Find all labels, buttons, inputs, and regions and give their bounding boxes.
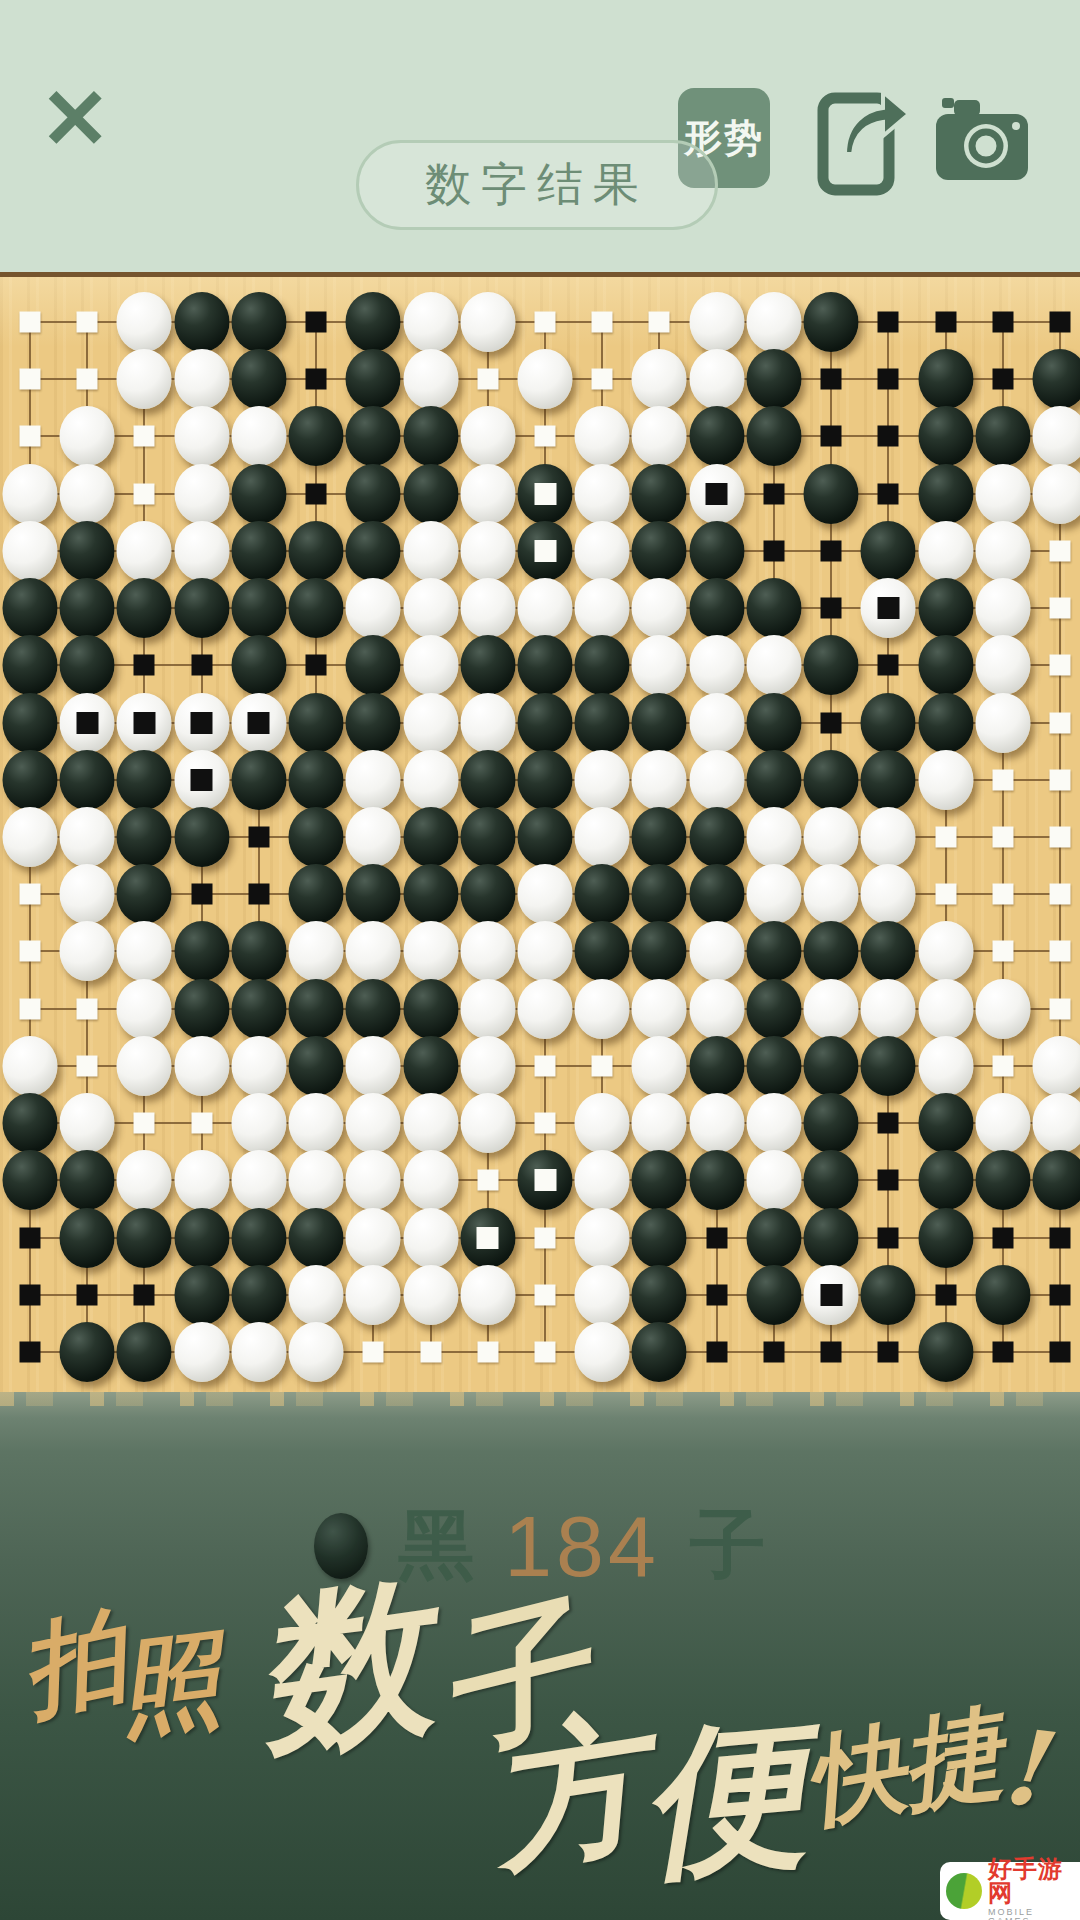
black-stone (575, 693, 630, 753)
white-stone (403, 750, 458, 810)
calligraphy-char: 数 (245, 1569, 439, 1763)
black-stone (689, 406, 744, 466)
black-stone (632, 1150, 687, 1210)
white-stone (1033, 1036, 1080, 1096)
black-stone (918, 349, 973, 409)
white-stone (60, 693, 115, 753)
white-stone (460, 292, 515, 352)
white-stone (403, 521, 458, 581)
black-stone (289, 521, 344, 581)
black-stone (117, 1208, 172, 1268)
white-territory-mark (1050, 540, 1071, 561)
white-stone (518, 979, 573, 1039)
white-stone (918, 979, 973, 1039)
black-territory-mark (878, 1227, 899, 1248)
black-territory-mark (1050, 312, 1071, 333)
white-stone (231, 1036, 286, 1096)
close-button[interactable]: ✕ (40, 64, 110, 174)
black-territory-mark (878, 426, 899, 447)
white-territory-mark (477, 1342, 498, 1363)
white-territory-mark (535, 1055, 556, 1076)
white-stone (689, 693, 744, 753)
white-stone (975, 979, 1030, 1039)
white-stone (918, 1036, 973, 1096)
black-stone (689, 1036, 744, 1096)
white-stone (804, 807, 859, 867)
white-stone (3, 464, 58, 524)
black-stone (403, 864, 458, 924)
black-stone (3, 635, 58, 695)
black-territory-mark (992, 312, 1013, 333)
black-stone (518, 464, 573, 524)
black-stone (289, 1208, 344, 1268)
black-territory-mark (821, 1342, 842, 1363)
white-stone (460, 1265, 515, 1325)
watermark-logo-icon (946, 1873, 982, 1909)
white-stone (289, 1150, 344, 1210)
white-territory-mark (477, 369, 498, 390)
black-stone (1033, 349, 1080, 409)
white-territory-mark (649, 312, 670, 333)
white-stone (117, 349, 172, 409)
black-stone (403, 1036, 458, 1096)
black-stone (231, 464, 286, 524)
white-stone (632, 750, 687, 810)
white-stone (689, 349, 744, 409)
black-territory-mark (878, 655, 899, 676)
black-stone (289, 578, 344, 638)
white-stone (689, 921, 744, 981)
black-territory-mark (1050, 1342, 1071, 1363)
black-stone (117, 1322, 172, 1382)
white-stone (575, 464, 630, 524)
black-stone (518, 635, 573, 695)
white-territory-mark (935, 827, 956, 848)
black-territory-mark (306, 655, 327, 676)
black-stone (804, 464, 859, 524)
white-territory-mark (363, 1342, 384, 1363)
black-stone (174, 807, 229, 867)
white-stone (518, 578, 573, 638)
calligraphy-char: 照 (112, 1626, 226, 1740)
black-stone (689, 864, 744, 924)
black-stone (804, 1208, 859, 1268)
black-stone (3, 1093, 58, 1153)
white-stone (231, 406, 286, 466)
dead-stone-mark (191, 769, 213, 791)
dead-stone-mark (534, 540, 556, 562)
white-territory-mark (592, 312, 613, 333)
white-stone (746, 864, 801, 924)
white-stone (518, 349, 573, 409)
black-territory-mark (878, 369, 899, 390)
white-territory-mark (592, 1055, 613, 1076)
black-territory-mark (878, 1170, 899, 1191)
black-stone (975, 406, 1030, 466)
black-stone (918, 406, 973, 466)
white-stone (346, 1208, 401, 1268)
black-stone (117, 750, 172, 810)
white-stone (403, 578, 458, 638)
black-stone (231, 292, 286, 352)
black-stone (575, 921, 630, 981)
watermark-name: 好手游网 (988, 1857, 1080, 1905)
black-territory-mark (763, 540, 784, 561)
white-stone (861, 979, 916, 1039)
calligraphy-char: 捷 (895, 1701, 1009, 1815)
white-stone (575, 406, 630, 466)
black-territory-mark (191, 655, 212, 676)
black-territory-mark (306, 369, 327, 390)
black-stone (861, 1265, 916, 1325)
black-stone (346, 864, 401, 924)
screen: ✕ 形势 数字结果 黑 184 (0, 0, 1080, 1920)
white-territory-mark (535, 1284, 556, 1305)
white-stone (231, 1322, 286, 1382)
board-torn-edge (0, 1392, 1080, 1406)
black-territory-mark (992, 1227, 1013, 1248)
black-territory-mark (134, 655, 155, 676)
white-stone (975, 521, 1030, 581)
black-stone (632, 1265, 687, 1325)
black-stone (231, 921, 286, 981)
white-stone (460, 693, 515, 753)
white-stone (231, 1150, 286, 1210)
white-territory-mark (935, 884, 956, 905)
white-stone (575, 1150, 630, 1210)
white-stone (346, 807, 401, 867)
black-stone (861, 693, 916, 753)
share-icon (815, 70, 911, 200)
black-stone (231, 1265, 286, 1325)
white-stone (346, 1093, 401, 1153)
white-territory-mark (992, 941, 1013, 962)
white-stone (117, 921, 172, 981)
white-stone (460, 464, 515, 524)
black-stone (3, 750, 58, 810)
white-territory-mark (77, 998, 98, 1019)
white-stone (804, 1265, 859, 1325)
black-stone (804, 1093, 859, 1153)
black-territory-mark (992, 369, 1013, 390)
white-stone (804, 979, 859, 1039)
white-stone (1033, 406, 1080, 466)
white-stone (975, 635, 1030, 695)
black-stone (518, 1150, 573, 1210)
black-territory-mark (1050, 1284, 1071, 1305)
black-territory-mark (134, 1284, 155, 1305)
white-stone (632, 406, 687, 466)
white-stone (975, 1093, 1030, 1153)
white-stone (575, 1093, 630, 1153)
dead-stone-mark (248, 712, 270, 734)
white-stone (289, 1265, 344, 1325)
white-stone (689, 750, 744, 810)
white-stone (460, 979, 515, 1039)
black-stone (231, 979, 286, 1039)
black-stone (746, 750, 801, 810)
white-stone (403, 292, 458, 352)
site-watermark: 好手游网 MOBILE GAMES (940, 1862, 1080, 1920)
black-stone (403, 464, 458, 524)
white-stone (632, 1093, 687, 1153)
black-stone (689, 807, 744, 867)
black-stone (804, 1150, 859, 1210)
dead-stone-mark (76, 712, 98, 734)
black-territory-mark (20, 1342, 41, 1363)
black-stone (746, 921, 801, 981)
white-stone (575, 578, 630, 638)
black-stone (632, 864, 687, 924)
white-stone (861, 864, 916, 924)
white-stone (403, 1150, 458, 1210)
share-button[interactable] (815, 70, 911, 200)
white-stone (403, 693, 458, 753)
white-stone (518, 864, 573, 924)
black-stone (575, 635, 630, 695)
calligraphy-char: 方 (481, 1705, 655, 1879)
black-territory-mark (878, 1342, 899, 1363)
black-stone (861, 921, 916, 981)
white-stone (403, 349, 458, 409)
black-stone (231, 750, 286, 810)
black-stone (460, 1208, 515, 1268)
black-territory-mark (191, 884, 212, 905)
white-territory-mark (20, 998, 41, 1019)
black-stone (289, 693, 344, 753)
black-stone (518, 693, 573, 753)
black-territory-mark (821, 369, 842, 390)
white-territory-mark (20, 884, 41, 905)
black-stone (804, 292, 859, 352)
white-stone (746, 635, 801, 695)
black-stone (632, 1322, 687, 1382)
white-stone (632, 1036, 687, 1096)
black-stone (518, 807, 573, 867)
black-stone (231, 521, 286, 581)
calligraphy-char: 便 (635, 1709, 811, 1885)
black-stone (60, 635, 115, 695)
black-territory-mark (821, 712, 842, 733)
black-stone (804, 635, 859, 695)
white-stone (460, 1093, 515, 1153)
black-stone (460, 750, 515, 810)
black-stone (231, 1208, 286, 1268)
white-stone (346, 1150, 401, 1210)
white-territory-mark (134, 1113, 155, 1134)
white-territory-mark (1050, 941, 1071, 962)
black-stone (632, 693, 687, 753)
white-stone (346, 1265, 401, 1325)
black-stone (60, 521, 115, 581)
black-territory-mark (77, 1284, 98, 1305)
black-territory-mark (821, 540, 842, 561)
camera-button[interactable] (934, 84, 1034, 196)
white-stone (346, 1036, 401, 1096)
black-stone (918, 635, 973, 695)
black-stone (460, 635, 515, 695)
black-territory-mark (935, 312, 956, 333)
result-pill-label: 数字结果 (425, 154, 649, 216)
black-stone (804, 1036, 859, 1096)
white-stone (518, 921, 573, 981)
black-stone (346, 693, 401, 753)
white-territory-mark (992, 769, 1013, 790)
white-stone (117, 1150, 172, 1210)
black-stone (3, 578, 58, 638)
black-stone (632, 1208, 687, 1268)
black-stone (117, 578, 172, 638)
black-stone (346, 979, 401, 1039)
white-stone (117, 979, 172, 1039)
black-stone (60, 1322, 115, 1382)
black-territory-mark (821, 426, 842, 447)
white-stone (403, 1265, 458, 1325)
white-territory-mark (420, 1342, 441, 1363)
black-stone (289, 406, 344, 466)
white-stone (117, 521, 172, 581)
white-territory-mark (535, 1342, 556, 1363)
black-stone (746, 406, 801, 466)
white-territory-mark (992, 1055, 1013, 1076)
black-stone (804, 750, 859, 810)
black-stone (918, 578, 973, 638)
white-territory-mark (992, 884, 1013, 905)
black-stone (632, 921, 687, 981)
white-stone (3, 1036, 58, 1096)
black-stone (861, 750, 916, 810)
white-stone (60, 464, 115, 524)
dead-stone-mark (820, 1284, 842, 1306)
white-territory-mark (1050, 655, 1071, 676)
white-stone (975, 578, 1030, 638)
black-stone (3, 693, 58, 753)
black-stone (174, 1208, 229, 1268)
black-stone (975, 1150, 1030, 1210)
white-territory-mark (77, 369, 98, 390)
black-stone (632, 521, 687, 581)
black-stone (174, 578, 229, 638)
top-bar: ✕ 形势 数字结果 (0, 0, 1080, 272)
black-stone (746, 1265, 801, 1325)
white-stone (346, 750, 401, 810)
black-stone (231, 635, 286, 695)
white-stone (60, 1093, 115, 1153)
calligraphy-char: 快 (798, 1718, 912, 1832)
black-stone (3, 1150, 58, 1210)
black-stone (746, 1036, 801, 1096)
black-stone (60, 1150, 115, 1210)
white-stone (689, 979, 744, 1039)
dead-stone-mark (534, 1169, 556, 1191)
black-stone (918, 1093, 973, 1153)
black-stone (174, 921, 229, 981)
white-stone (174, 750, 229, 810)
black-stone (117, 864, 172, 924)
black-stone (346, 464, 401, 524)
black-stone (346, 349, 401, 409)
black-stone (689, 578, 744, 638)
white-stone (575, 1265, 630, 1325)
white-territory-mark (992, 827, 1013, 848)
black-stone (289, 864, 344, 924)
white-territory-mark (20, 941, 41, 962)
black-stone (346, 406, 401, 466)
white-stone (289, 921, 344, 981)
white-stone (174, 406, 229, 466)
white-stone (460, 521, 515, 581)
white-stone (975, 693, 1030, 753)
black-territory-mark (878, 1113, 899, 1134)
white-stone (403, 921, 458, 981)
white-stone (861, 578, 916, 638)
result-points: 184 (504, 1497, 660, 1596)
black-stone (918, 693, 973, 753)
black-territory-mark (20, 1284, 41, 1305)
watermark-sub: MOBILE GAMES (988, 1908, 1080, 1920)
white-stone (689, 464, 744, 524)
black-stone (174, 979, 229, 1039)
go-board[interactable] (0, 272, 1080, 1392)
white-stone (289, 1322, 344, 1382)
dead-stone-mark (133, 712, 155, 734)
white-territory-mark (1050, 712, 1071, 733)
white-stone (117, 693, 172, 753)
white-stone (460, 578, 515, 638)
white-stone (289, 1093, 344, 1153)
black-stone (918, 1208, 973, 1268)
black-territory-mark (1050, 1227, 1071, 1248)
black-stone (632, 464, 687, 524)
dead-stone-mark (706, 483, 728, 505)
black-stone (746, 578, 801, 638)
white-stone (174, 1322, 229, 1382)
white-stone (117, 1036, 172, 1096)
white-territory-mark (592, 369, 613, 390)
white-stone (575, 750, 630, 810)
white-stone (231, 1093, 286, 1153)
white-stone (174, 1150, 229, 1210)
white-stone (3, 521, 58, 581)
white-territory-mark (535, 1113, 556, 1134)
white-territory-mark (20, 312, 41, 333)
black-stone (746, 1208, 801, 1268)
white-stone (746, 807, 801, 867)
black-territory-mark (878, 483, 899, 504)
white-stone (346, 578, 401, 638)
black-stone (289, 750, 344, 810)
dead-stone-mark (877, 597, 899, 619)
black-stone (231, 349, 286, 409)
white-territory-mark (535, 426, 556, 447)
white-stone (575, 979, 630, 1039)
white-territory-mark (477, 1170, 498, 1191)
white-territory-mark (1050, 884, 1071, 905)
white-stone (746, 1093, 801, 1153)
white-stone (403, 635, 458, 695)
white-stone (1033, 464, 1080, 524)
black-territory-mark (20, 1227, 41, 1248)
result-pill[interactable]: 数字结果 (356, 140, 718, 230)
white-stone (575, 521, 630, 581)
white-stone (918, 921, 973, 981)
black-stone (975, 1265, 1030, 1325)
white-territory-mark (191, 1113, 212, 1134)
white-stone (575, 1208, 630, 1268)
black-territory-mark (706, 1342, 727, 1363)
white-stone (689, 635, 744, 695)
black-stone (746, 979, 801, 1039)
